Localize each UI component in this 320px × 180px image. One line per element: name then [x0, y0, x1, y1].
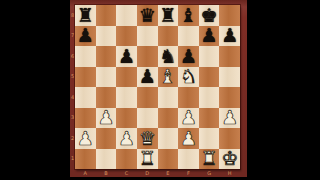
square-d7[interactable]: [137, 26, 158, 47]
square-f2[interactable]: ♟: [178, 128, 199, 149]
square-b6[interactable]: [96, 46, 117, 67]
white-knight-f5: ♞: [180, 67, 197, 86]
square-h1[interactable]: ♚: [219, 149, 240, 170]
black-pawn-c6: ♟: [118, 46, 135, 65]
square-g8[interactable]: ♚: [199, 5, 220, 26]
square-c7[interactable]: [116, 26, 137, 47]
square-a1[interactable]: [75, 149, 96, 170]
square-g4[interactable]: [199, 87, 220, 108]
square-d3[interactable]: [137, 108, 158, 129]
square-h6[interactable]: [219, 46, 240, 67]
square-a3[interactable]: [75, 108, 96, 129]
file-label-b: B: [96, 169, 117, 177]
black-bishop-f8: ♝: [180, 5, 197, 24]
white-pawn-b3: ♟: [97, 108, 114, 127]
square-a5[interactable]: [75, 67, 96, 88]
chess-board: 87654321 ♜♛♜♝♚♟♟♟♟♞♟♟♝♞♟♟♟♟♟♛♟♜♜♚ ABCDEF…: [70, 0, 247, 177]
square-d8[interactable]: ♛: [137, 5, 158, 26]
square-c2[interactable]: ♟: [116, 128, 137, 149]
file-label-f: F: [178, 169, 199, 177]
square-g6[interactable]: [199, 46, 220, 67]
square-h8[interactable]: [219, 5, 240, 26]
square-a2[interactable]: ♟: [75, 128, 96, 149]
square-e3[interactable]: [158, 108, 179, 129]
white-queen-d2: ♛: [139, 128, 156, 147]
white-pawn-f3: ♟: [180, 108, 197, 127]
file-label-c: C: [116, 169, 137, 177]
black-rook-e8: ♜: [159, 5, 176, 24]
square-g7[interactable]: ♟: [199, 26, 220, 47]
square-f3[interactable]: ♟: [178, 108, 199, 129]
square-g2[interactable]: [199, 128, 220, 149]
black-pawn-f6: ♟: [180, 46, 197, 65]
square-c6[interactable]: ♟: [116, 46, 137, 67]
black-queen-d8: ♛: [139, 5, 156, 24]
square-e1[interactable]: [158, 149, 179, 170]
square-a4[interactable]: [75, 87, 96, 108]
black-pawn-h7: ♟: [221, 26, 238, 45]
square-c5[interactable]: [116, 67, 137, 88]
square-b7[interactable]: [96, 26, 117, 47]
square-b2[interactable]: [96, 128, 117, 149]
white-king-h1: ♚: [221, 149, 238, 168]
square-e8[interactable]: ♜: [158, 5, 179, 26]
screenshot-frame: 87654321 ♜♛♜♝♚♟♟♟♟♞♟♟♝♞♟♟♟♟♟♛♟♜♜♚ ABCDEF…: [0, 0, 320, 180]
square-d5[interactable]: ♟: [137, 67, 158, 88]
square-g3[interactable]: [199, 108, 220, 129]
square-b4[interactable]: [96, 87, 117, 108]
board-squares: ♜♛♜♝♚♟♟♟♟♞♟♟♝♞♟♟♟♟♟♛♟♜♜♚: [75, 5, 240, 169]
file-label-e: E: [158, 169, 179, 177]
white-pawn-a2: ♟: [77, 128, 94, 147]
square-b8[interactable]: [96, 5, 117, 26]
square-e4[interactable]: [158, 87, 179, 108]
square-h2[interactable]: [219, 128, 240, 149]
white-rook-g1: ♜: [201, 149, 218, 168]
square-f6[interactable]: ♟: [178, 46, 199, 67]
square-e6[interactable]: ♞: [158, 46, 179, 67]
black-rook-a8: ♜: [77, 5, 94, 24]
white-rook-d1: ♜: [139, 149, 156, 168]
black-pawn-a7: ♟: [77, 26, 94, 45]
file-label-h: H: [219, 169, 240, 177]
white-pawn-c2: ♟: [118, 128, 135, 147]
square-d4[interactable]: [137, 87, 158, 108]
square-a7[interactable]: ♟: [75, 26, 96, 47]
black-knight-e6: ♞: [159, 46, 176, 65]
file-label-a: A: [75, 169, 96, 177]
white-pawn-h3: ♟: [221, 108, 238, 127]
square-c4[interactable]: [116, 87, 137, 108]
square-f8[interactable]: ♝: [178, 5, 199, 26]
square-g1[interactable]: ♜: [199, 149, 220, 170]
square-f7[interactable]: [178, 26, 199, 47]
square-f5[interactable]: ♞: [178, 67, 199, 88]
file-labels: ABCDEFGH: [75, 169, 240, 177]
square-g5[interactable]: [199, 67, 220, 88]
square-h4[interactable]: [219, 87, 240, 108]
square-h7[interactable]: ♟: [219, 26, 240, 47]
file-label-g: G: [199, 169, 220, 177]
black-king-g8: ♚: [201, 5, 218, 24]
square-h5[interactable]: [219, 67, 240, 88]
square-b3[interactable]: ♟: [96, 108, 117, 129]
black-pawn-g7: ♟: [201, 26, 218, 45]
square-c8[interactable]: [116, 5, 137, 26]
square-c3[interactable]: [116, 108, 137, 129]
square-d1[interactable]: ♜: [137, 149, 158, 170]
file-label-d: D: [137, 169, 158, 177]
square-a6[interactable]: [75, 46, 96, 67]
square-f4[interactable]: [178, 87, 199, 108]
square-e2[interactable]: [158, 128, 179, 149]
square-e5[interactable]: ♝: [158, 67, 179, 88]
square-h3[interactable]: ♟: [219, 108, 240, 129]
square-c1[interactable]: [116, 149, 137, 170]
white-bishop-e5: ♝: [159, 67, 176, 86]
square-b5[interactable]: [96, 67, 117, 88]
white-pawn-f2: ♟: [180, 128, 197, 147]
square-a8[interactable]: ♜: [75, 5, 96, 26]
square-d6[interactable]: [137, 46, 158, 67]
square-b1[interactable]: [96, 149, 117, 170]
square-f1[interactable]: [178, 149, 199, 170]
square-d2[interactable]: ♛: [137, 128, 158, 149]
black-pawn-d5: ♟: [139, 67, 156, 86]
square-e7[interactable]: [158, 26, 179, 47]
